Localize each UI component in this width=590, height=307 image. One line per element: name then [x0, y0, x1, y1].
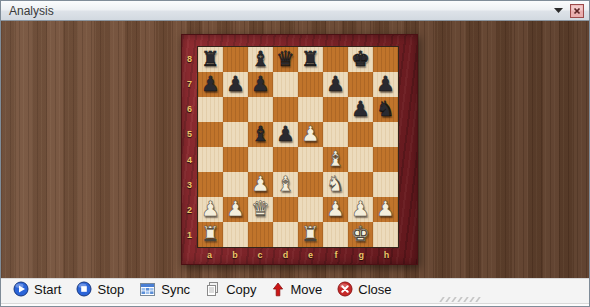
- square-h5[interactable]: [373, 122, 398, 147]
- file-label: g: [349, 248, 374, 264]
- square-e7[interactable]: [298, 72, 323, 97]
- square-g8[interactable]: ♚: [348, 47, 373, 72]
- square-f1[interactable]: [323, 222, 348, 247]
- stop-button-label: Stop: [97, 282, 124, 297]
- square-b7[interactable]: ♟: [223, 72, 248, 97]
- piece-black-rook[interactable]: ♜: [301, 47, 320, 72]
- chess-board-frame: 87654321 ♜♝♛♜♚♟♟♟♟♟♟♞♝♟♟♝♟♝♞♟♟♛♟♟♟♜♜♚ ab…: [181, 34, 418, 265]
- square-b6[interactable]: [223, 97, 248, 122]
- close-button[interactable]: Close: [337, 281, 391, 297]
- square-d3[interactable]: ♝: [273, 172, 298, 197]
- play-circle-icon: [13, 281, 29, 297]
- piece-black-pawn[interactable]: ♟: [351, 97, 370, 122]
- rank-label: 8: [182, 46, 197, 71]
- file-label: e: [298, 248, 323, 264]
- stop-circle-icon: [76, 281, 92, 297]
- piece-white-rook[interactable]: ♜: [201, 222, 220, 247]
- file-label: b: [222, 248, 247, 264]
- square-d1[interactable]: [273, 222, 298, 247]
- square-h3[interactable]: [373, 172, 398, 197]
- piece-black-pawn[interactable]: ♟: [226, 72, 245, 97]
- square-h6[interactable]: ♞: [373, 97, 398, 122]
- analysis-pane-background: 87654321 ♜♝♛♜♚♟♟♟♟♟♟♞♝♟♟♝♟♝♞♟♟♛♟♟♟♜♜♚ ab…: [1, 21, 589, 278]
- square-b2[interactable]: ♟: [223, 197, 248, 222]
- move-up-arrow-icon: [271, 282, 285, 297]
- piece-white-pawn[interactable]: ♟: [376, 197, 395, 222]
- close-icon[interactable]: [570, 4, 584, 18]
- piece-white-pawn[interactable]: ♟: [226, 197, 245, 222]
- square-d8[interactable]: ♛: [273, 47, 298, 72]
- square-f3[interactable]: ♞: [323, 172, 348, 197]
- square-f7[interactable]: ♟: [323, 72, 348, 97]
- rank-label: 2: [182, 198, 197, 223]
- piece-white-rook[interactable]: ♜: [301, 222, 320, 247]
- sync-button-label: Sync: [161, 282, 190, 297]
- square-e8[interactable]: ♜: [298, 47, 323, 72]
- sync-button[interactable]: Sync: [139, 282, 190, 297]
- rank-label: 4: [182, 147, 197, 172]
- square-g7[interactable]: [348, 72, 373, 97]
- statusbar: [1, 303, 589, 307]
- square-b1[interactable]: [223, 222, 248, 247]
- rank-label: 1: [182, 223, 197, 248]
- file-label: a: [197, 248, 222, 264]
- square-f4[interactable]: ♝: [323, 147, 348, 172]
- piece-white-queen[interactable]: ♛: [251, 197, 270, 222]
- square-c5[interactable]: ♝: [248, 122, 273, 147]
- square-a6[interactable]: [198, 97, 223, 122]
- square-a3[interactable]: [198, 172, 223, 197]
- resize-grip[interactable]: [441, 297, 479, 302]
- square-g5[interactable]: [348, 122, 373, 147]
- square-e6[interactable]: [298, 97, 323, 122]
- rank-label: 7: [182, 71, 197, 96]
- square-e1[interactable]: ♜: [298, 222, 323, 247]
- square-g6[interactable]: ♟: [348, 97, 373, 122]
- window-title: Analysis: [9, 4, 554, 18]
- piece-white-knight[interactable]: ♞: [326, 172, 345, 197]
- piece-black-pawn[interactable]: ♟: [251, 72, 270, 97]
- square-d5[interactable]: ♟: [273, 122, 298, 147]
- file-labels: abcdefgh: [197, 248, 399, 264]
- rank-label: 3: [182, 172, 197, 197]
- piece-white-pawn[interactable]: ♟: [351, 197, 370, 222]
- piece-white-pawn[interactable]: ♟: [301, 122, 320, 147]
- piece-white-king[interactable]: ♚: [351, 222, 370, 247]
- sync-table-icon: [139, 282, 156, 297]
- piece-black-knight[interactable]: ♞: [376, 97, 395, 122]
- start-button[interactable]: Start: [13, 281, 61, 297]
- piece-black-pawn[interactable]: ♟: [376, 72, 395, 97]
- square-b5[interactable]: [223, 122, 248, 147]
- square-f5[interactable]: [323, 122, 348, 147]
- piece-black-bishop[interactable]: ♝: [251, 47, 270, 72]
- square-g3[interactable]: [348, 172, 373, 197]
- square-a4[interactable]: [198, 147, 223, 172]
- file-label: d: [273, 248, 298, 264]
- piece-black-pawn[interactable]: ♟: [326, 72, 345, 97]
- titlebar[interactable]: Analysis: [1, 1, 589, 21]
- square-h2[interactable]: ♟: [373, 197, 398, 222]
- analysis-window: Analysis 87654321 ♜♝♛♜♚♟♟♟♟♟♟♞♝♟♟♝♟♝♞♟♟♛…: [0, 0, 590, 307]
- toolbar: Start Stop: [1, 278, 589, 303]
- piece-black-rook[interactable]: ♜: [201, 47, 220, 72]
- square-d6[interactable]: [273, 97, 298, 122]
- close-button-label: Close: [358, 282, 391, 297]
- square-a2[interactable]: ♟: [198, 197, 223, 222]
- piece-black-queen[interactable]: ♛: [276, 47, 295, 72]
- square-b4[interactable]: [223, 147, 248, 172]
- square-c8[interactable]: ♝: [248, 47, 273, 72]
- square-a7[interactable]: ♟: [198, 72, 223, 97]
- square-f2[interactable]: ♟: [323, 197, 348, 222]
- move-button-label: Move: [290, 282, 322, 297]
- square-f8[interactable]: [323, 47, 348, 72]
- piece-white-bishop[interactable]: ♝: [276, 172, 295, 197]
- chevron-down-icon[interactable]: [554, 8, 563, 13]
- move-button[interactable]: Move: [271, 282, 322, 297]
- square-d7[interactable]: [273, 72, 298, 97]
- file-label: h: [374, 248, 399, 264]
- square-c2[interactable]: ♛: [248, 197, 273, 222]
- copy-button-label: Copy: [226, 282, 256, 297]
- square-c4[interactable]: [248, 147, 273, 172]
- piece-white-bishop[interactable]: ♝: [326, 147, 345, 172]
- square-a8[interactable]: ♜: [198, 47, 223, 72]
- piece-black-king[interactable]: ♚: [351, 47, 370, 72]
- square-c1[interactable]: [248, 222, 273, 247]
- piece-white-pawn[interactable]: ♟: [201, 197, 220, 222]
- copy-button[interactable]: Copy: [205, 281, 256, 297]
- square-b3[interactable]: [223, 172, 248, 197]
- piece-white-pawn[interactable]: ♟: [251, 172, 270, 197]
- piece-black-pawn[interactable]: ♟: [276, 122, 295, 147]
- square-c3[interactable]: ♟: [248, 172, 273, 197]
- square-h8[interactable]: [373, 47, 398, 72]
- square-f6[interactable]: [323, 97, 348, 122]
- copy-pages-icon: [205, 281, 221, 297]
- square-h4[interactable]: [373, 147, 398, 172]
- square-b8[interactable]: [223, 47, 248, 72]
- square-c7[interactable]: ♟: [248, 72, 273, 97]
- square-g1[interactable]: ♚: [348, 222, 373, 247]
- square-e3[interactable]: [298, 172, 323, 197]
- file-label: c: [248, 248, 273, 264]
- chess-board[interactable]: ♜♝♛♜♚♟♟♟♟♟♟♞♝♟♟♝♟♝♞♟♟♛♟♟♟♜♜♚: [197, 46, 399, 248]
- rank-labels: 87654321: [182, 46, 197, 248]
- square-e2[interactable]: [298, 197, 323, 222]
- square-d2[interactable]: [273, 197, 298, 222]
- square-g4[interactable]: [348, 147, 373, 172]
- square-c6[interactable]: [248, 97, 273, 122]
- piece-black-pawn[interactable]: ♟: [201, 72, 220, 97]
- piece-black-bishop[interactable]: ♝: [251, 122, 270, 147]
- square-e4[interactable]: [298, 147, 323, 172]
- file-label: f: [323, 248, 348, 264]
- square-g2[interactable]: ♟: [348, 197, 373, 222]
- square-a1[interactable]: ♜: [198, 222, 223, 247]
- square-a5[interactable]: [198, 122, 223, 147]
- piece-white-pawn[interactable]: ♟: [326, 197, 345, 222]
- stop-button[interactable]: Stop: [76, 281, 124, 297]
- start-button-label: Start: [34, 282, 61, 297]
- rank-label: 6: [182, 97, 197, 122]
- square-h7[interactable]: ♟: [373, 72, 398, 97]
- close-circle-icon: [337, 281, 353, 297]
- square-h1[interactable]: [373, 222, 398, 247]
- square-d4[interactable]: [273, 147, 298, 172]
- rank-label: 5: [182, 122, 197, 147]
- square-e5[interactable]: ♟: [298, 122, 323, 147]
